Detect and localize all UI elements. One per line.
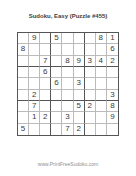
cell-r6c3 — [40, 90, 51, 101]
cell-r1c5 — [62, 33, 73, 44]
cell-r9c7 — [85, 124, 96, 135]
cell-r8c4 — [51, 112, 62, 123]
cell-r7c2: 7 — [29, 101, 40, 112]
cell-r7c9: 8 — [107, 101, 118, 112]
cell-r2c3 — [40, 44, 51, 55]
cell-r5c3 — [40, 78, 51, 89]
cell-r6c6 — [74, 90, 85, 101]
cell-r4c2 — [29, 67, 40, 78]
cell-r7c8 — [96, 101, 107, 112]
cell-r5c1 — [18, 78, 29, 89]
cell-r5c7 — [85, 78, 96, 89]
cell-r5c6: 3 — [74, 78, 85, 89]
cell-r7c1 — [18, 101, 29, 112]
cell-r3c1 — [18, 56, 29, 67]
cell-r6c2: 2 — [29, 90, 40, 101]
cell-r2c5 — [62, 44, 73, 55]
cell-r8c5: 3 — [62, 112, 73, 123]
page-title: Sudoku, Easy (Puzzle #455) — [0, 13, 136, 19]
cell-r5c8 — [96, 78, 107, 89]
cell-r1c3 — [40, 33, 51, 44]
cell-r1c4: 5 — [51, 33, 62, 44]
cell-r7c6: 5 — [74, 101, 85, 112]
cell-r5c4: 6 — [51, 78, 62, 89]
cell-r9c6: 2 — [74, 124, 85, 135]
cell-r8c2: 1 — [29, 112, 40, 123]
cell-r3c3: 7 — [40, 56, 51, 67]
cell-r6c5 — [62, 90, 73, 101]
cell-r9c4 — [51, 124, 62, 135]
cell-r9c9 — [107, 124, 118, 135]
cell-r1c1 — [18, 33, 29, 44]
cell-r9c3 — [40, 124, 51, 135]
cell-r7c5 — [62, 101, 73, 112]
cell-r7c4 — [51, 101, 62, 112]
cell-r2c4 — [51, 44, 62, 55]
cell-r1c9: 1 — [107, 33, 118, 44]
cell-r4c7 — [85, 67, 96, 78]
cell-r8c6 — [74, 112, 85, 123]
cell-r2c6 — [74, 44, 85, 55]
cell-r2c2 — [29, 44, 40, 55]
cell-r5c5 — [62, 78, 73, 89]
cell-r6c8 — [96, 90, 107, 101]
cell-r1c2: 9 — [29, 33, 40, 44]
cell-r3c7: 3 — [85, 56, 96, 67]
cell-r9c8 — [96, 124, 107, 135]
cell-r6c1 — [18, 90, 29, 101]
cell-r7c7: 2 — [85, 101, 96, 112]
cell-r4c4 — [51, 67, 62, 78]
cell-r7c3 — [40, 101, 51, 112]
cell-r9c5: 7 — [62, 124, 73, 135]
cell-r8c1 — [18, 112, 29, 123]
cell-r5c9 — [107, 78, 118, 89]
cell-r4c1 — [18, 67, 29, 78]
cell-r6c9: 3 — [107, 90, 118, 101]
cell-r3c9: 2 — [107, 56, 118, 67]
cell-r9c1: 5 — [18, 124, 29, 135]
cell-r2c9: 6 — [107, 44, 118, 55]
cell-r8c8 — [96, 112, 107, 123]
cell-r4c6 — [74, 67, 85, 78]
cell-r1c8: 8 — [96, 33, 107, 44]
cell-r4c3: 6 — [40, 67, 51, 78]
cell-r8c3: 2 — [40, 112, 51, 123]
cell-r2c1: 8 — [18, 44, 29, 55]
cell-r3c2 — [29, 56, 40, 67]
cell-r6c4 — [51, 90, 62, 101]
cell-r8c7 — [85, 112, 96, 123]
cell-r9c2 — [29, 124, 40, 135]
cell-r1c7 — [85, 33, 96, 44]
cell-r5c2 — [29, 78, 40, 89]
cell-r6c7 — [85, 90, 96, 101]
footer-url: www.PrintFreeSudoku.com — [0, 161, 136, 167]
cell-r3c6: 9 — [74, 56, 85, 67]
cell-r4c9 — [107, 67, 118, 78]
cell-r1c6 — [74, 33, 85, 44]
cell-r2c7 — [85, 44, 96, 55]
cell-r4c5 — [62, 67, 73, 78]
cell-r4c8 — [96, 67, 107, 78]
cell-r3c5: 8 — [62, 56, 73, 67]
cell-r3c8: 4 — [96, 56, 107, 67]
cell-r2c8 — [96, 44, 107, 55]
cell-r8c9: 9 — [107, 112, 118, 123]
sudoku-board: 9581867893426632375281239572 — [17, 32, 119, 136]
cell-r3c4 — [51, 56, 62, 67]
